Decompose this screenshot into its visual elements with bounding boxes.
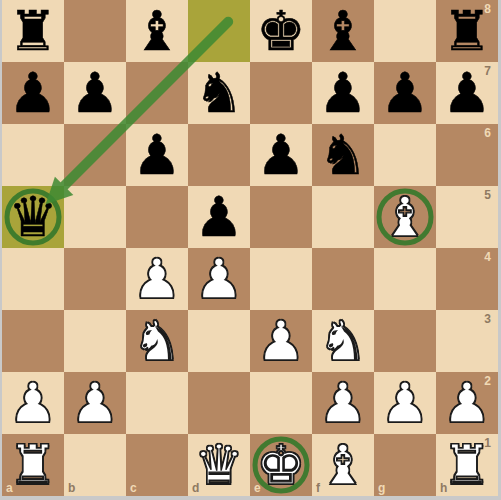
file-label-c: c	[130, 481, 137, 495]
file-label-h: h	[440, 481, 447, 495]
square-f3[interactable]: ♞	[312, 310, 374, 372]
piece-black-pawn[interactable]: ♟	[70, 62, 119, 124]
piece-black-rook[interactable]: ♜	[8, 0, 57, 62]
file-label-b: b	[68, 481, 75, 495]
square-h5[interactable]: 5	[436, 186, 498, 248]
square-b6[interactable]	[64, 124, 126, 186]
piece-black-king[interactable]: ♚	[256, 0, 305, 62]
square-d8[interactable]	[188, 0, 250, 62]
square-b4[interactable]	[64, 248, 126, 310]
square-h1[interactable]: ♜1h	[436, 434, 498, 496]
piece-black-pawn[interactable]: ♟	[380, 62, 429, 124]
square-c2[interactable]	[126, 372, 188, 434]
square-d7[interactable]: ♞	[188, 62, 250, 124]
piece-black-knight[interactable]: ♞	[194, 62, 243, 124]
piece-black-bishop[interactable]: ♝	[318, 0, 367, 62]
square-c6[interactable]: ♟	[126, 124, 188, 186]
square-b2[interactable]: ♟	[64, 372, 126, 434]
piece-white-knight[interactable]: ♞	[132, 310, 181, 372]
square-b7[interactable]: ♟	[64, 62, 126, 124]
square-c3[interactable]: ♞	[126, 310, 188, 372]
square-a6[interactable]	[2, 124, 64, 186]
square-g5[interactable]: ♝	[374, 186, 436, 248]
file-label-d: d	[192, 481, 199, 495]
square-e1[interactable]: ♚e	[250, 434, 312, 496]
piece-black-pawn[interactable]: ♟	[194, 186, 243, 248]
rank-label-3: 3	[484, 312, 491, 326]
square-h4[interactable]: 4	[436, 248, 498, 310]
square-c8[interactable]: ♝	[126, 0, 188, 62]
rank-label-8: 8	[484, 2, 491, 16]
rank-label-4: 4	[484, 250, 491, 264]
rank-label-7: 7	[484, 64, 491, 78]
square-e4[interactable]	[250, 248, 312, 310]
board-frame: ♜♝♚♝♜8♟♟♞♟♟♟7♟♟♞6♛♟♝5♟♟4♞♟♞3♟♟♟♟♟2♜abc♛d…	[0, 0, 501, 500]
square-h3[interactable]: 3	[436, 310, 498, 372]
square-f8[interactable]: ♝	[312, 0, 374, 62]
piece-white-pawn[interactable]: ♟	[194, 248, 243, 310]
square-b8[interactable]	[64, 0, 126, 62]
rank-label-2: 2	[484, 374, 491, 388]
square-h7[interactable]: ♟7	[436, 62, 498, 124]
square-d5[interactable]: ♟	[188, 186, 250, 248]
square-g2[interactable]: ♟	[374, 372, 436, 434]
square-g6[interactable]	[374, 124, 436, 186]
square-d2[interactable]	[188, 372, 250, 434]
square-c7[interactable]	[126, 62, 188, 124]
square-f1[interactable]: ♝f	[312, 434, 374, 496]
square-a5[interactable]: ♛	[2, 186, 64, 248]
piece-white-knight[interactable]: ♞	[318, 310, 367, 372]
rank-label-1: 1	[484, 436, 491, 450]
square-d4[interactable]: ♟	[188, 248, 250, 310]
square-g8[interactable]	[374, 0, 436, 62]
square-b3[interactable]	[64, 310, 126, 372]
square-b5[interactable]	[64, 186, 126, 248]
piece-white-pawn[interactable]: ♟	[380, 372, 429, 434]
square-g3[interactable]	[374, 310, 436, 372]
square-f5[interactable]	[312, 186, 374, 248]
square-e3[interactable]: ♟	[250, 310, 312, 372]
square-c1[interactable]: c	[126, 434, 188, 496]
piece-white-pawn[interactable]: ♟	[70, 372, 119, 434]
piece-white-bishop[interactable]: ♝	[380, 186, 429, 248]
square-f4[interactable]	[312, 248, 374, 310]
piece-white-pawn[interactable]: ♟	[8, 372, 57, 434]
square-e6[interactable]: ♟	[250, 124, 312, 186]
square-d6[interactable]	[188, 124, 250, 186]
square-e2[interactable]	[250, 372, 312, 434]
piece-white-bishop[interactable]: ♝	[318, 434, 367, 496]
square-e7[interactable]	[250, 62, 312, 124]
piece-black-pawn[interactable]: ♟	[132, 124, 181, 186]
square-h8[interactable]: ♜8	[436, 0, 498, 62]
square-f2[interactable]: ♟	[312, 372, 374, 434]
piece-white-queen[interactable]: ♛	[194, 434, 243, 496]
square-h2[interactable]: ♟2	[436, 372, 498, 434]
square-g4[interactable]	[374, 248, 436, 310]
square-a3[interactable]	[2, 310, 64, 372]
file-label-f: f	[316, 481, 320, 495]
piece-white-pawn[interactable]: ♟	[318, 372, 367, 434]
piece-black-bishop[interactable]: ♝	[132, 0, 181, 62]
chess-board[interactable]: ♜♝♚♝♜8♟♟♞♟♟♟7♟♟♞6♛♟♝5♟♟4♞♟♞3♟♟♟♟♟2♜abc♛d…	[2, 0, 498, 496]
piece-black-queen[interactable]: ♛	[8, 186, 57, 248]
file-label-g: g	[378, 481, 385, 495]
square-a4[interactable]	[2, 248, 64, 310]
square-g1[interactable]: g	[374, 434, 436, 496]
square-a8[interactable]: ♜	[2, 0, 64, 62]
square-f6[interactable]: ♞	[312, 124, 374, 186]
square-b1[interactable]: b	[64, 434, 126, 496]
square-d1[interactable]: ♛d	[188, 434, 250, 496]
square-d3[interactable]	[188, 310, 250, 372]
piece-white-king[interactable]: ♚	[256, 434, 305, 496]
square-a2[interactable]: ♟	[2, 372, 64, 434]
piece-white-pawn[interactable]: ♟	[132, 248, 181, 310]
piece-black-knight[interactable]: ♞	[318, 124, 367, 186]
square-a7[interactable]: ♟	[2, 62, 64, 124]
piece-white-rook[interactable]: ♜	[8, 434, 57, 496]
square-e5[interactable]	[250, 186, 312, 248]
piece-white-pawn[interactable]: ♟	[256, 310, 305, 372]
square-h6[interactable]: 6	[436, 124, 498, 186]
piece-black-pawn[interactable]: ♟	[8, 62, 57, 124]
square-e8[interactable]: ♚	[250, 0, 312, 62]
square-c5[interactable]	[126, 186, 188, 248]
file-label-e: e	[254, 481, 261, 495]
rank-label-6: 6	[484, 126, 491, 140]
square-f7[interactable]: ♟	[312, 62, 374, 124]
rank-label-5: 5	[484, 188, 491, 202]
square-c4[interactable]: ♟	[126, 248, 188, 310]
square-g7[interactable]: ♟	[374, 62, 436, 124]
piece-black-pawn[interactable]: ♟	[318, 62, 367, 124]
square-a1[interactable]: ♜a	[2, 434, 64, 496]
piece-black-pawn[interactable]: ♟	[256, 124, 305, 186]
file-label-a: a	[6, 481, 13, 495]
